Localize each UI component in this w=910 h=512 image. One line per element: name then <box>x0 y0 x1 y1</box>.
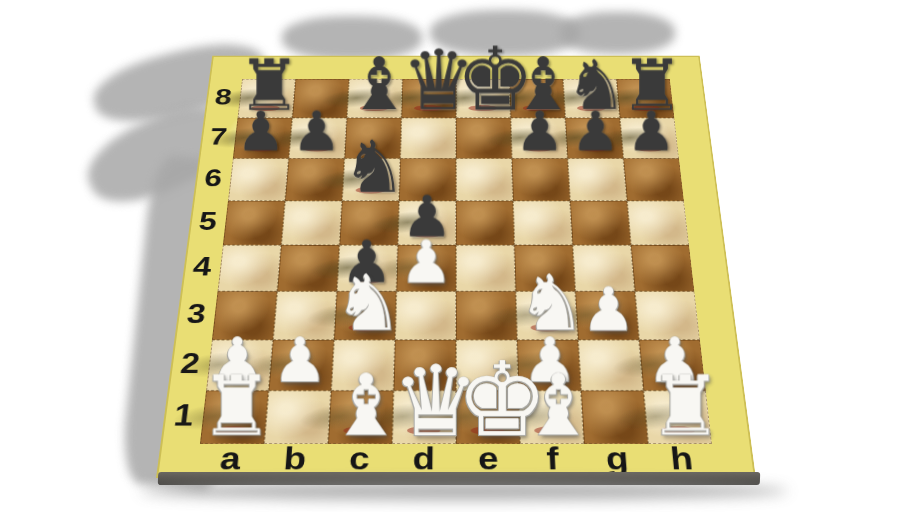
rank-label-6: 6 <box>193 158 233 200</box>
piece-base-felt <box>356 187 386 194</box>
piece-base-felt <box>410 276 441 283</box>
piece-base-felt <box>661 426 695 434</box>
piece-base-felt <box>591 324 623 332</box>
rank-label-3: 3 <box>174 291 217 339</box>
piece-base-felt <box>348 324 380 332</box>
piece-base-felt <box>631 105 660 111</box>
piece-base-felt <box>656 374 689 382</box>
chess-board: 87654321 abcdefgh ♜♝♛♚♝♞♜♟♟♟♟♟♞♟♟♟♞♞♟♟♟♟… <box>156 56 756 478</box>
rank-label-4: 4 <box>181 245 223 291</box>
piece-base-felt <box>534 426 568 434</box>
piece-base-felt <box>411 231 441 238</box>
piece-base-felt <box>635 145 665 151</box>
rank-label-5: 5 <box>187 201 228 245</box>
scene: 87654321 abcdefgh ♜♝♛♚♝♞♜♟♟♟♟♟♞♟♟♟♞♞♟♟♟♟… <box>0 0 910 512</box>
piece-base-felt <box>532 374 565 382</box>
board-edge-shadow <box>140 482 788 500</box>
